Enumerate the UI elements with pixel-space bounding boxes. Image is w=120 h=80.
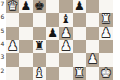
square-a5[interactable]	[6, 27, 19, 40]
white-pawn-h5[interactable]: ♟	[99, 27, 112, 40]
square-d4[interactable]	[46, 40, 59, 53]
square-c2[interactable]: ♝	[33, 67, 46, 80]
square-e5[interactable]: ♟	[59, 27, 72, 40]
square-b6[interactable]	[19, 13, 32, 26]
square-d6[interactable]	[46, 13, 59, 26]
white-queen-a7[interactable]: ♛	[6, 0, 19, 13]
square-a3[interactable]	[6, 53, 19, 66]
square-a4[interactable]: ♟	[6, 40, 19, 53]
white-rook-h6[interactable]: ♜	[99, 13, 112, 26]
square-a6[interactable]	[6, 13, 19, 26]
white-rook-f2[interactable]: ♜	[73, 67, 86, 80]
square-h5[interactable]: ♟	[99, 27, 112, 40]
square-c4[interactable]: ♜	[33, 40, 46, 53]
square-a2[interactable]	[6, 67, 19, 80]
white-bishop-c2[interactable]: ♝	[33, 67, 46, 80]
square-g3[interactable]: ♟	[86, 53, 99, 66]
square-f3[interactable]	[73, 53, 86, 66]
square-h4[interactable]	[99, 40, 112, 53]
square-g2[interactable]	[86, 67, 99, 80]
square-c5[interactable]	[33, 27, 46, 40]
square-h6[interactable]: ♜	[99, 13, 112, 26]
square-g6[interactable]	[86, 13, 99, 26]
square-b2[interactable]	[19, 67, 32, 80]
black-bishop-e6[interactable]: ♝	[59, 13, 72, 26]
white-pawn-a4[interactable]: ♟	[6, 40, 19, 53]
square-f2[interactable]: ♜	[73, 67, 86, 80]
square-g5[interactable]	[86, 27, 99, 40]
square-h3[interactable]	[99, 53, 112, 66]
square-g7[interactable]	[86, 0, 99, 13]
white-pawn-e5[interactable]: ♟	[59, 27, 72, 40]
black-pawn-f7[interactable]: ♟	[73, 0, 86, 13]
black-pawn-b7[interactable]: ♟	[19, 0, 32, 13]
square-b5[interactable]	[19, 27, 32, 40]
square-f4[interactable]	[73, 40, 86, 53]
black-pawn-d5[interactable]: ♟	[46, 27, 59, 40]
square-a7[interactable]: ♛	[6, 0, 19, 13]
white-pawn-g3[interactable]: ♟	[86, 53, 99, 66]
chess-board: ♛♟♚♟♝♜♟♟♟♟♜♟♟♝♜♚	[6, 0, 113, 80]
square-f5[interactable]	[73, 27, 86, 40]
white-king-h2[interactable]: ♚	[99, 67, 112, 80]
square-f6[interactable]	[73, 13, 86, 26]
square-g4[interactable]	[86, 40, 99, 53]
black-king-c7[interactable]: ♚	[33, 0, 46, 13]
square-e3[interactable]	[59, 53, 72, 66]
square-f7[interactable]: ♟	[73, 0, 86, 13]
square-b4[interactable]	[19, 40, 32, 53]
square-d3[interactable]	[46, 53, 59, 66]
square-c7[interactable]: ♚	[33, 0, 46, 13]
white-pawn-e4[interactable]: ♟	[59, 40, 72, 53]
square-c6[interactable]	[33, 13, 46, 26]
black-rook-c4[interactable]: ♜	[33, 40, 46, 53]
square-e7[interactable]	[59, 0, 72, 13]
square-b3[interactable]	[19, 53, 32, 66]
chess-diagram: 765432 ♛♟♚♟♝♜♟♟♟♟♜♟♟♝♜♚	[0, 0, 120, 80]
square-e2[interactable]	[59, 67, 72, 80]
square-d2[interactable]	[46, 67, 59, 80]
square-e6[interactable]: ♝	[59, 13, 72, 26]
square-b7[interactable]: ♟	[19, 0, 32, 13]
square-d7[interactable]	[46, 0, 59, 13]
square-d5[interactable]: ♟	[46, 27, 59, 40]
square-c3[interactable]	[33, 53, 46, 66]
square-h2[interactable]: ♚	[99, 67, 112, 80]
square-h7[interactable]	[99, 0, 112, 13]
square-e4[interactable]: ♟	[59, 40, 72, 53]
